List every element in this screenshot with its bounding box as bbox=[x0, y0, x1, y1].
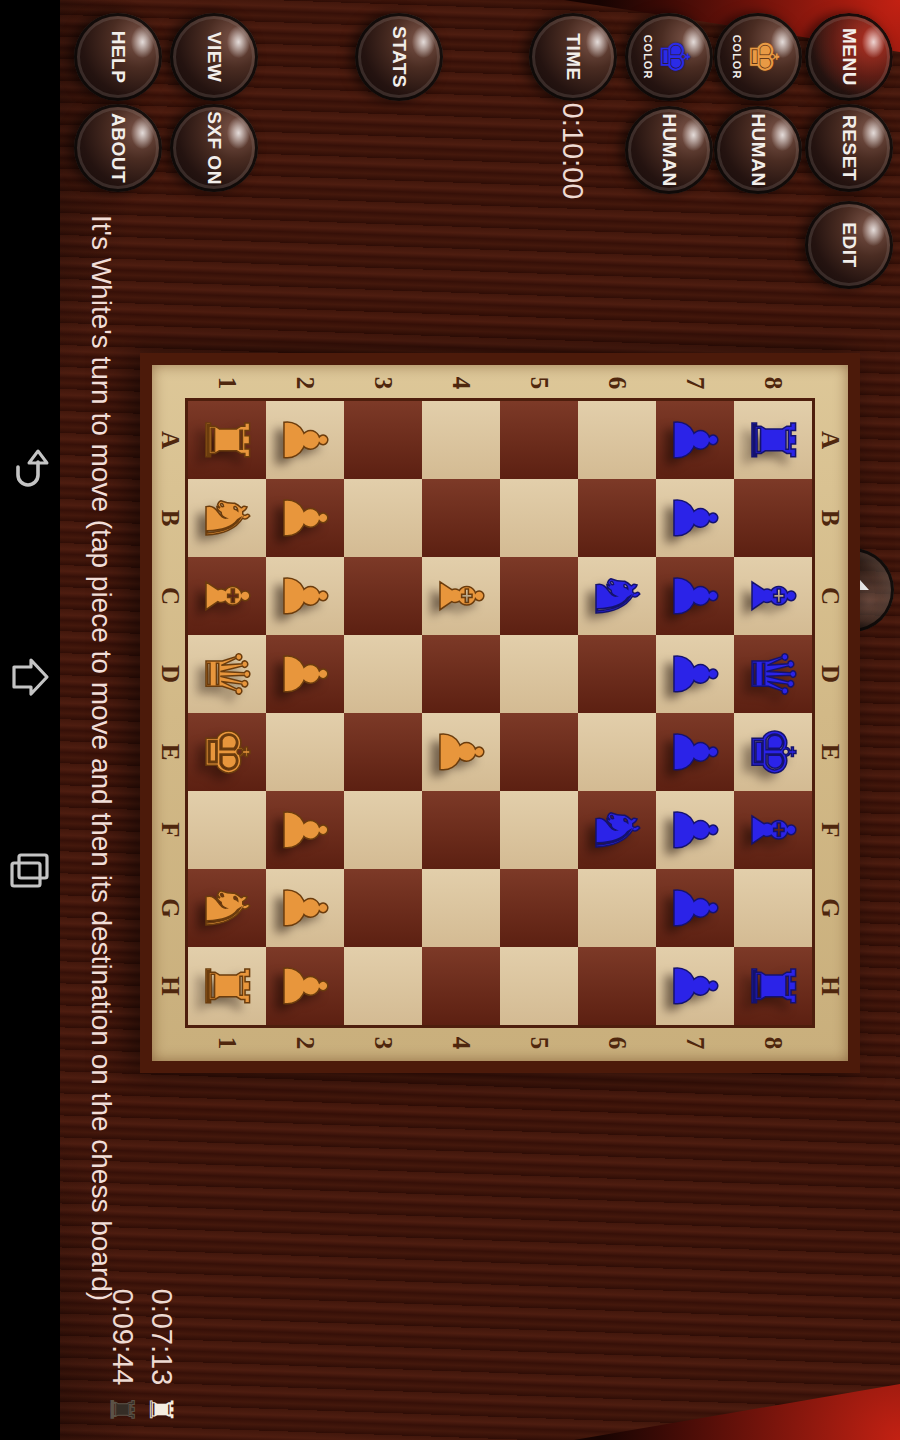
square-f3[interactable] bbox=[344, 791, 422, 869]
square-d4[interactable] bbox=[422, 635, 500, 713]
white-pawn[interactable]: ♟︎ bbox=[266, 959, 344, 1013]
square-f6[interactable]: ♞ bbox=[578, 791, 656, 869]
reset-button[interactable]: RESET bbox=[805, 104, 893, 192]
white-clock: 0:07:13 ♜ bbox=[145, 1289, 178, 1424]
square-h8[interactable]: ♜ bbox=[734, 947, 812, 1025]
recents-icon[interactable] bbox=[9, 848, 51, 892]
square-f5[interactable] bbox=[500, 791, 578, 869]
square-c8[interactable]: ♝ bbox=[734, 557, 812, 635]
sxf-toggle-button[interactable]: SXF ON bbox=[170, 104, 258, 192]
rank-label: 8 bbox=[734, 365, 812, 401]
square-g4[interactable] bbox=[422, 869, 500, 947]
square-a3[interactable] bbox=[344, 401, 422, 479]
square-e4[interactable]: ♟︎ bbox=[422, 713, 500, 791]
square-c6[interactable]: ♞ bbox=[578, 557, 656, 635]
white-pawn[interactable]: ♟︎ bbox=[266, 491, 344, 545]
status-message: It's White's turn to move (tap piece to … bbox=[85, 215, 117, 1301]
square-b6[interactable] bbox=[578, 479, 656, 557]
file-label: E bbox=[812, 713, 848, 791]
square-d1[interactable]: ♛ bbox=[188, 635, 266, 713]
square-d5[interactable] bbox=[500, 635, 578, 713]
square-d3[interactable] bbox=[344, 635, 422, 713]
square-b8[interactable] bbox=[734, 479, 812, 557]
white-rook-icon: ♜ bbox=[146, 1395, 178, 1424]
square-g2[interactable]: ♟︎ bbox=[266, 869, 344, 947]
white-rook[interactable]: ♜ bbox=[188, 959, 266, 1013]
square-a4[interactable] bbox=[422, 401, 500, 479]
file-label: D bbox=[152, 635, 188, 713]
square-h2[interactable]: ♟︎ bbox=[266, 947, 344, 1025]
file-labels-top: ABCDEFGH bbox=[812, 401, 848, 1025]
black-pawn[interactable]: ♟︎ bbox=[656, 491, 734, 545]
black-bishop[interactable]: ♝ bbox=[734, 803, 812, 857]
black-queen[interactable]: ♛ bbox=[734, 647, 812, 701]
home-icon[interactable] bbox=[9, 656, 51, 698]
square-g6[interactable] bbox=[578, 869, 656, 947]
black-rook[interactable]: ♜ bbox=[734, 959, 812, 1013]
rank-label: 1 bbox=[188, 365, 266, 401]
white-pawn[interactable]: ♟︎ bbox=[422, 725, 500, 779]
square-d8[interactable]: ♛ bbox=[734, 635, 812, 713]
square-f8[interactable]: ♝ bbox=[734, 791, 812, 869]
file-label: G bbox=[152, 869, 188, 947]
clocks: 0:07:13 ♜ 0:09:44 ♜ bbox=[106, 1289, 178, 1424]
square-a2[interactable]: ♟︎ bbox=[266, 401, 344, 479]
file-label: H bbox=[812, 947, 848, 1025]
file-label: B bbox=[152, 479, 188, 557]
white-pawn[interactable]: ♟︎ bbox=[266, 881, 344, 935]
square-g7[interactable]: ♟︎ bbox=[656, 869, 734, 947]
orange-king-icon: ♚ bbox=[745, 39, 785, 75]
square-a7[interactable]: ♟︎ bbox=[656, 401, 734, 479]
help-button[interactable]: HELP bbox=[74, 13, 162, 101]
square-b3[interactable] bbox=[344, 479, 422, 557]
rank-label: 7 bbox=[656, 1025, 734, 1061]
app-canvas: MENU RESET EDIT ♚ COLOR HUMAN ♚ COLOR HU… bbox=[0, 0, 900, 1440]
square-c3[interactable] bbox=[344, 557, 422, 635]
square-h7[interactable]: ♟︎ bbox=[656, 947, 734, 1025]
stats-button[interactable]: STATS bbox=[355, 13, 443, 101]
square-e8[interactable]: ♚ bbox=[734, 713, 812, 791]
rank-label: 2 bbox=[266, 1025, 344, 1061]
file-label: F bbox=[812, 791, 848, 869]
square-h6[interactable] bbox=[578, 947, 656, 1025]
square-d6[interactable] bbox=[578, 635, 656, 713]
rank-label: 1 bbox=[188, 1025, 266, 1061]
white-pawn[interactable]: ♟︎ bbox=[266, 569, 344, 623]
square-g3[interactable] bbox=[344, 869, 422, 947]
black-pawn[interactable]: ♟︎ bbox=[656, 959, 734, 1013]
square-e6[interactable] bbox=[578, 713, 656, 791]
white-king[interactable]: ♚ bbox=[188, 725, 266, 779]
rank-labels-left: 87654321 bbox=[188, 365, 812, 401]
black-knight[interactable]: ♞ bbox=[578, 569, 656, 623]
chess-board: ABCDEFGH ABCDEFGH 87654321 87654321 ♜♝♛♚… bbox=[140, 353, 860, 1073]
square-e5[interactable] bbox=[500, 713, 578, 791]
rank-label: 2 bbox=[266, 365, 344, 401]
file-label: G bbox=[812, 869, 848, 947]
file-label: C bbox=[812, 557, 848, 635]
square-a8[interactable]: ♜ bbox=[734, 401, 812, 479]
square-b1[interactable]: ♞ bbox=[188, 479, 266, 557]
white-pawn[interactable]: ♟︎ bbox=[266, 647, 344, 701]
black-clock-time: 0:09:44 bbox=[106, 1289, 139, 1386]
white-pawn[interactable]: ♟︎ bbox=[266, 413, 344, 467]
rank-labels-right: 87654321 bbox=[188, 1025, 812, 1061]
file-label: C bbox=[152, 557, 188, 635]
black-human-button[interactable]: HUMAN bbox=[625, 106, 713, 194]
board-squares: ♜♝♛♚♝♜♟︎♟︎♟︎♟︎♟︎♟︎♟︎♟︎♞♞♝♟︎♟︎♟︎♟︎♟︎♟︎♟︎♟… bbox=[188, 401, 812, 1025]
rank-label: 5 bbox=[500, 1025, 578, 1061]
square-b4[interactable] bbox=[422, 479, 500, 557]
square-e7[interactable]: ♟︎ bbox=[656, 713, 734, 791]
black-pawn[interactable]: ♟︎ bbox=[656, 881, 734, 935]
file-label: H bbox=[152, 947, 188, 1025]
square-c2[interactable]: ♟︎ bbox=[266, 557, 344, 635]
square-c1[interactable]: ♝ bbox=[188, 557, 266, 635]
black-king[interactable]: ♚ bbox=[734, 725, 812, 779]
edit-button[interactable]: EDIT bbox=[805, 201, 893, 289]
file-label: D bbox=[812, 635, 848, 713]
rank-label: 4 bbox=[422, 365, 500, 401]
rank-label: 5 bbox=[500, 365, 578, 401]
white-bishop[interactable]: ♝ bbox=[422, 569, 500, 623]
back-icon[interactable] bbox=[9, 448, 51, 492]
black-pawn[interactable]: ♟︎ bbox=[656, 647, 734, 701]
black-bishop[interactable]: ♝ bbox=[734, 569, 812, 623]
square-g5[interactable] bbox=[500, 869, 578, 947]
blue-king-icon: ♚ bbox=[656, 39, 696, 75]
square-e2[interactable] bbox=[266, 713, 344, 791]
rank-label: 4 bbox=[422, 1025, 500, 1061]
square-b2[interactable]: ♟︎ bbox=[266, 479, 344, 557]
black-pawn[interactable]: ♟︎ bbox=[656, 569, 734, 623]
rank-label: 6 bbox=[578, 1025, 656, 1061]
white-knight[interactable]: ♞ bbox=[188, 881, 266, 935]
square-b7[interactable]: ♟︎ bbox=[656, 479, 734, 557]
file-label: A bbox=[812, 401, 848, 479]
square-d7[interactable]: ♟︎ bbox=[656, 635, 734, 713]
square-h1[interactable]: ♜ bbox=[188, 947, 266, 1025]
square-c4[interactable]: ♝ bbox=[422, 557, 500, 635]
square-h4[interactable] bbox=[422, 947, 500, 1025]
square-e1[interactable]: ♚ bbox=[188, 713, 266, 791]
file-label: E bbox=[152, 713, 188, 791]
file-labels-bottom: ABCDEFGH bbox=[152, 401, 188, 1025]
square-g1[interactable]: ♞ bbox=[188, 869, 266, 947]
square-d2[interactable]: ♟︎ bbox=[266, 635, 344, 713]
white-rook[interactable]: ♜ bbox=[188, 413, 266, 467]
android-nav-bar bbox=[0, 0, 60, 1440]
black-clock: 0:09:44 ♜ bbox=[106, 1289, 139, 1424]
square-f7[interactable]: ♟︎ bbox=[656, 791, 734, 869]
square-h3[interactable] bbox=[344, 947, 422, 1025]
rank-label: 3 bbox=[344, 365, 422, 401]
square-a1[interactable]: ♜ bbox=[188, 401, 266, 479]
view-button[interactable]: VIEW bbox=[170, 13, 258, 101]
black-knight[interactable]: ♞ bbox=[578, 803, 656, 857]
square-g8[interactable] bbox=[734, 869, 812, 947]
black-rook[interactable]: ♜ bbox=[734, 413, 812, 467]
white-bishop[interactable]: ♝ bbox=[188, 569, 266, 623]
square-h5[interactable] bbox=[500, 947, 578, 1025]
white-human-button[interactable]: HUMAN bbox=[714, 106, 802, 194]
time-setting-value: 0:10:00 bbox=[556, 95, 589, 207]
black-color-button[interactable]: ♚ COLOR bbox=[625, 13, 713, 101]
about-button[interactable]: ABOUT bbox=[74, 104, 162, 192]
time-button[interactable]: TIME bbox=[529, 13, 617, 101]
white-queen[interactable]: ♛ bbox=[188, 647, 266, 701]
rank-label: 3 bbox=[344, 1025, 422, 1061]
black-rook-icon: ♜ bbox=[107, 1395, 139, 1424]
file-label: A bbox=[152, 401, 188, 479]
black-pawn[interactable]: ♟︎ bbox=[656, 725, 734, 779]
white-knight[interactable]: ♞ bbox=[188, 491, 266, 545]
square-f4[interactable] bbox=[422, 791, 500, 869]
square-e3[interactable] bbox=[344, 713, 422, 791]
rank-label: 6 bbox=[578, 365, 656, 401]
rank-label: 7 bbox=[656, 365, 734, 401]
square-c7[interactable]: ♟︎ bbox=[656, 557, 734, 635]
rank-label: 8 bbox=[734, 1025, 812, 1061]
file-label: F bbox=[152, 791, 188, 869]
square-b5[interactable] bbox=[500, 479, 578, 557]
square-f1[interactable] bbox=[188, 791, 266, 869]
white-pawn[interactable]: ♟︎ bbox=[266, 803, 344, 857]
square-c5[interactable] bbox=[500, 557, 578, 635]
square-a5[interactable] bbox=[500, 401, 578, 479]
square-a6[interactable] bbox=[578, 401, 656, 479]
black-pawn[interactable]: ♟︎ bbox=[656, 803, 734, 857]
black-pawn[interactable]: ♟︎ bbox=[656, 413, 734, 467]
menu-button[interactable]: MENU bbox=[805, 13, 893, 101]
file-label: B bbox=[812, 479, 848, 557]
white-clock-time: 0:07:13 bbox=[145, 1289, 178, 1386]
square-f2[interactable]: ♟︎ bbox=[266, 791, 344, 869]
white-color-button[interactable]: ♚ COLOR bbox=[714, 13, 802, 101]
